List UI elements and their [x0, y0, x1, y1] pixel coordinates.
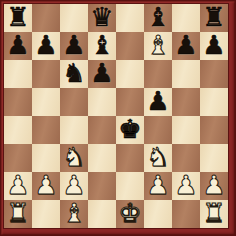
- square-e6[interactable]: [116, 60, 144, 88]
- square-b8[interactable]: [32, 4, 60, 32]
- square-b7[interactable]: ♟: [32, 32, 60, 60]
- piece-white-knight: ♞: [146, 143, 169, 171]
- piece-white-pawn: ♟: [202, 171, 225, 199]
- square-c6[interactable]: ♞: [60, 60, 88, 88]
- square-b2[interactable]: ♟: [32, 172, 60, 200]
- square-g3[interactable]: [172, 144, 200, 172]
- piece-black-pawn: ♟: [146, 87, 169, 115]
- square-h1[interactable]: ♜: [200, 200, 228, 228]
- square-f7[interactable]: ♝: [144, 32, 172, 60]
- piece-black-queen: ♛: [90, 3, 113, 31]
- piece-white-rook: ♜: [202, 199, 225, 227]
- square-g7[interactable]: ♟: [172, 32, 200, 60]
- square-a7[interactable]: ♟: [4, 32, 32, 60]
- square-g8[interactable]: [172, 4, 200, 32]
- square-f6[interactable]: [144, 60, 172, 88]
- square-d7[interactable]: ♝: [88, 32, 116, 60]
- square-h5[interactable]: [200, 88, 228, 116]
- square-f3[interactable]: ♞: [144, 144, 172, 172]
- square-b4[interactable]: [32, 116, 60, 144]
- square-c7[interactable]: ♟: [60, 32, 88, 60]
- square-b3[interactable]: [32, 144, 60, 172]
- square-a1[interactable]: ♜: [4, 200, 32, 228]
- square-g1[interactable]: [172, 200, 200, 228]
- board-frame: ♜♛♝♜♟♟♟♝♝♟♟♞♟♟♚♞♞♟♟♟♟♟♟♜♝♚♜: [0, 0, 236, 236]
- piece-white-pawn: ♟: [6, 171, 29, 199]
- square-h2[interactable]: ♟: [200, 172, 228, 200]
- square-h7[interactable]: ♟: [200, 32, 228, 60]
- square-c3[interactable]: ♞: [60, 144, 88, 172]
- square-e1[interactable]: ♚: [116, 200, 144, 228]
- piece-black-knight: ♞: [62, 59, 85, 87]
- square-e8[interactable]: [116, 4, 144, 32]
- square-e3[interactable]: [116, 144, 144, 172]
- piece-black-bishop: ♝: [90, 31, 113, 59]
- square-e4[interactable]: ♚: [116, 116, 144, 144]
- square-c5[interactable]: [60, 88, 88, 116]
- square-d5[interactable]: [88, 88, 116, 116]
- piece-black-pawn: ♟: [90, 59, 113, 87]
- square-c8[interactable]: [60, 4, 88, 32]
- square-a6[interactable]: [4, 60, 32, 88]
- piece-black-pawn: ♟: [174, 31, 197, 59]
- square-f2[interactable]: ♟: [144, 172, 172, 200]
- square-g5[interactable]: [172, 88, 200, 116]
- square-g4[interactable]: [172, 116, 200, 144]
- square-g6[interactable]: [172, 60, 200, 88]
- piece-white-king: ♚: [118, 199, 141, 227]
- square-b6[interactable]: [32, 60, 60, 88]
- piece-white-bishop: ♝: [62, 199, 85, 227]
- square-a5[interactable]: [4, 88, 32, 116]
- piece-white-pawn: ♟: [34, 171, 57, 199]
- square-e2[interactable]: [116, 172, 144, 200]
- square-c2[interactable]: ♟: [60, 172, 88, 200]
- piece-white-bishop: ♝: [146, 31, 169, 59]
- chess-board: ♜♛♝♜♟♟♟♝♝♟♟♞♟♟♚♞♞♟♟♟♟♟♟♜♝♚♜: [4, 4, 228, 228]
- piece-black-pawn: ♟: [202, 31, 225, 59]
- square-e7[interactable]: [116, 32, 144, 60]
- square-d8[interactable]: ♛: [88, 4, 116, 32]
- square-f1[interactable]: [144, 200, 172, 228]
- square-d2[interactable]: [88, 172, 116, 200]
- piece-black-rook: ♜: [202, 3, 225, 31]
- square-e5[interactable]: [116, 88, 144, 116]
- square-c1[interactable]: ♝: [60, 200, 88, 228]
- square-a4[interactable]: [4, 116, 32, 144]
- square-d3[interactable]: [88, 144, 116, 172]
- piece-white-pawn: ♟: [146, 171, 169, 199]
- square-a8[interactable]: ♜: [4, 4, 32, 32]
- piece-black-rook: ♜: [6, 3, 29, 31]
- piece-white-pawn: ♟: [174, 171, 197, 199]
- piece-black-bishop: ♝: [146, 3, 169, 31]
- square-c4[interactable]: [60, 116, 88, 144]
- square-f8[interactable]: ♝: [144, 4, 172, 32]
- square-h3[interactable]: [200, 144, 228, 172]
- square-d6[interactable]: ♟: [88, 60, 116, 88]
- piece-black-king: ♚: [118, 115, 141, 143]
- square-a2[interactable]: ♟: [4, 172, 32, 200]
- square-b1[interactable]: [32, 200, 60, 228]
- piece-white-rook: ♜: [6, 199, 29, 227]
- piece-black-pawn: ♟: [34, 31, 57, 59]
- square-d1[interactable]: [88, 200, 116, 228]
- piece-black-pawn: ♟: [6, 31, 29, 59]
- square-f4[interactable]: [144, 116, 172, 144]
- square-h4[interactable]: [200, 116, 228, 144]
- square-a3[interactable]: [4, 144, 32, 172]
- piece-white-pawn: ♟: [62, 171, 85, 199]
- square-f5[interactable]: ♟: [144, 88, 172, 116]
- square-g2[interactable]: ♟: [172, 172, 200, 200]
- square-d4[interactable]: [88, 116, 116, 144]
- square-h8[interactable]: ♜: [200, 4, 228, 32]
- square-h6[interactable]: [200, 60, 228, 88]
- piece-white-knight: ♞: [62, 143, 85, 171]
- square-b5[interactable]: [32, 88, 60, 116]
- piece-black-pawn: ♟: [62, 31, 85, 59]
